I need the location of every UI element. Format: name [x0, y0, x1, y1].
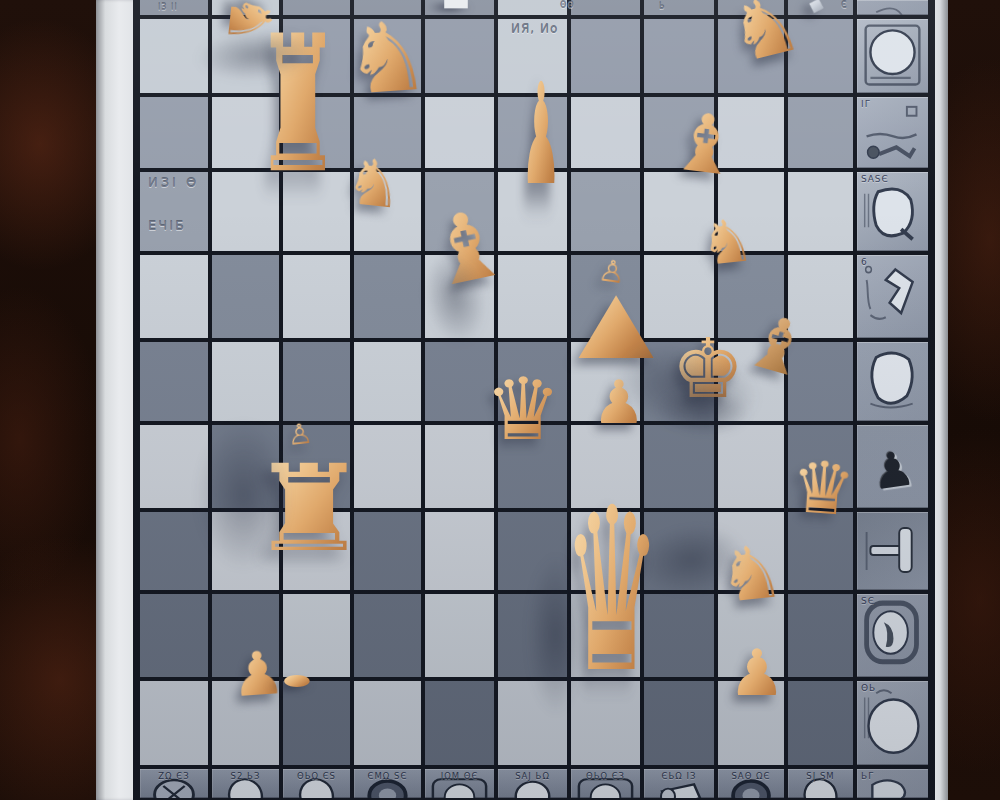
- engraved-tile-text: ΘЬΩ ЄЗ: [571, 771, 640, 781]
- chess-piece-raised-arm-queen[interactable]: ♛: [788, 450, 857, 526]
- chess-piece-white-tile[interactable]: ■: [441, 0, 470, 9]
- board-square-r7c5[interactable]: [425, 512, 494, 590]
- engraved-tile-text: ІΩΜ ΘЄ: [425, 771, 494, 781]
- board-square-r6c1[interactable]: [140, 425, 208, 508]
- board-square-r9c1[interactable]: [140, 681, 208, 765]
- board-square-r9c3[interactable]: [283, 681, 350, 765]
- engraved-tile-ribbon: 6: [857, 255, 928, 338]
- board-square-r3c7[interactable]: [571, 172, 640, 251]
- board-square-r9c6[interactable]: [498, 681, 567, 765]
- board-square-r2c1[interactable]: [140, 97, 208, 168]
- engraved-tile-bottom-egg: Ѕ2 ЬЗ: [212, 769, 279, 798]
- board-square-r1c1[interactable]: [140, 19, 208, 93]
- chess-photo-scene: ІГЅΑЅЄ6♟ЅЄΘЬЬГΖΩ ЄЗЅ2 ЬЗΘЬΩ ЄЅЄΜΩ ЅЄІΩΜ …: [0, 0, 1000, 800]
- chess-piece-offering-bowl[interactable]: ●: [282, 672, 311, 688]
- engraved-tile-figure-marks: ІГ: [857, 97, 928, 168]
- board-square-r9c5[interactable]: [425, 681, 494, 765]
- board-square-r4c4[interactable]: [354, 255, 421, 338]
- chess-piece-pyramid[interactable]: ▲: [578, 279, 654, 361]
- engraved-tile-label: ЅЄ: [861, 596, 875, 606]
- board-square-r8c10[interactable]: [788, 594, 853, 677]
- engraved-tile-cameo: ЅЄ: [857, 594, 928, 677]
- embossed-square-text: ИЗІ Ѳ: [148, 176, 199, 189]
- board-square-r8c4[interactable]: [354, 594, 421, 677]
- board-square-r4c3[interactable]: [283, 255, 350, 338]
- engraved-tile-bottom-egg: ΘЬΩ ЄЅ: [283, 769, 350, 798]
- engraved-tile-dark-piece: ♟: [857, 425, 928, 508]
- engraved-tile-bottom-dark-ring: ЄΜΩ ЅЄ: [354, 769, 421, 798]
- embossed-square-text: Є: [841, 2, 847, 10]
- board-square-r1c7[interactable]: [571, 19, 640, 93]
- engraved-tile-text: ЅЈ ЅΜ: [788, 771, 853, 781]
- chess-piece-striped-pawn[interactable]: ♟: [728, 641, 785, 705]
- engraved-tile-bottom-framed-ball: ΘЬΩ ЄЗ: [571, 769, 640, 798]
- engraved-tile-blob: ЅΑЅЄ: [857, 172, 928, 251]
- chess-piece-seated-figure[interactable]: ♟: [229, 642, 287, 706]
- embossed-square-text: ИЯ, Ио: [511, 23, 558, 35]
- board-square-r8c6[interactable]: [498, 594, 567, 677]
- chess-piece-column-figure[interactable]: ♞: [697, 209, 757, 274]
- engraved-tile-shield: [857, 342, 928, 421]
- board-square-r1c8[interactable]: [644, 19, 714, 93]
- engraved-tile-corner: ЬГ: [857, 769, 928, 798]
- engraved-tile-label: 6: [861, 257, 868, 267]
- board-square-r0c6[interactable]: [498, 0, 567, 15]
- board-square-r7c6[interactable]: [498, 512, 567, 590]
- engraved-tile-hammer: [857, 512, 928, 590]
- chess-piece-twisted-queen[interactable]: ♛: [563, 478, 662, 704]
- chess-piece-castle-rook[interactable]: ♜: [249, 450, 369, 570]
- chess-piece-statue-queen[interactable]: ♛: [484, 366, 561, 452]
- chess-piece-bell-knight[interactable]: ♞: [714, 533, 788, 614]
- board-square-r3c10[interactable]: [788, 172, 853, 251]
- engraved-tile-sphere: ΘЬ: [857, 681, 928, 765]
- board-square-r5c2[interactable]: [212, 342, 279, 421]
- engraved-tile-text: ΖΩ ЄЗ: [140, 771, 208, 781]
- engraved-tile-bottom-cup: ЄЬΩ ІЗ: [644, 769, 714, 798]
- embossed-square-text: ІЗ ІІ: [158, 4, 178, 12]
- board-square-r8c3[interactable]: [283, 594, 350, 677]
- chess-piece-pyramid-figure[interactable]: ♙: [597, 255, 628, 288]
- engraved-tile-disk: [857, 19, 928, 93]
- engraved-tile-text: ΘЬΩ ЄЅ: [283, 771, 350, 781]
- board-square-r5c4[interactable]: [354, 342, 421, 421]
- board-square-r6c9[interactable]: [718, 425, 784, 508]
- engraved-tile-text: Ѕ2 ЬЗ: [212, 771, 279, 781]
- board-square-r7c1[interactable]: [140, 512, 208, 590]
- engraved-tile-label: ІГ: [861, 99, 871, 109]
- engraved-tile-bottom-egg: ЅЈ ЅΜ: [788, 769, 853, 798]
- engraved-tile-label: ЅΑЅЄ: [861, 174, 889, 184]
- chess-piece-mane-knight[interactable]: ♞: [341, 7, 434, 109]
- chess-piece-bell-pawn[interactable]: ♟: [592, 372, 646, 432]
- board-square-r4c2[interactable]: [212, 255, 279, 338]
- engraved-tile-label: ЬГ: [861, 771, 875, 781]
- board-square-r8c5[interactable]: [425, 594, 494, 677]
- engraved-tile-text: ЄΜΩ ЅЄ: [354, 771, 421, 781]
- board-square-r2c10[interactable]: [788, 97, 853, 168]
- board-square-r2c5[interactable]: [425, 97, 494, 168]
- board-square-r9c4[interactable]: [354, 681, 421, 765]
- board-square-r4c1[interactable]: [140, 255, 208, 338]
- board-square-r1c5[interactable]: [425, 19, 494, 93]
- board-square-r5c1[interactable]: [140, 342, 208, 421]
- board-square-r0c8[interactable]: [644, 0, 714, 15]
- dark-piece-relief-icon: ♟: [868, 443, 917, 497]
- board-square-r0c7[interactable]: [571, 0, 640, 15]
- engraved-tile-label: ΘЬ: [861, 683, 876, 693]
- engraved-tile-bottom-ball: ЅΑЈ ЬΩ: [498, 769, 567, 798]
- chess-piece-pedestal-king[interactable]: ♚: [671, 328, 745, 410]
- engraved-tile-text: ЅΑЈ ЬΩ: [498, 771, 567, 781]
- board-square-r9c10[interactable]: [788, 681, 853, 765]
- engraved-tile-bottom-framed-ball: ІΩΜ ΘЄ: [425, 769, 494, 798]
- chess-piece-lean-bishop[interactable]: ♝: [665, 101, 746, 189]
- engraved-tile-text: ЄЬΩ ІЗ: [644, 771, 714, 781]
- chess-piece-small-knight[interactable]: ♞: [342, 149, 406, 219]
- chess-piece-castle-flag[interactable]: ♙: [286, 420, 314, 450]
- engraved-tile-text: ЅΑΘ ΩЄ: [718, 771, 784, 781]
- board-square-r2c7[interactable]: [571, 97, 640, 168]
- embossed-square-text: ЕЧІБ: [148, 219, 186, 232]
- engraved-tile-bottom-ring-cross: ΖΩ ЄЗ: [140, 769, 208, 798]
- chess-piece-tall-rook[interactable]: ♜: [255, 12, 342, 201]
- board-square-r5c3[interactable]: [283, 342, 350, 421]
- embossed-square-text: ΘΘ: [560, 2, 575, 10]
- embossed-square-text: Ь: [659, 3, 665, 11]
- chess-piece-spire-pawn[interactable]: ♟: [521, 66, 561, 206]
- engraved-tile-swirl: [857, 0, 928, 15]
- engraved-tile-bottom-dark-ring: ЅΑΘ ΩЄ: [718, 769, 784, 798]
- board-square-r8c1[interactable]: [140, 594, 208, 677]
- board-edge-left: [96, 0, 138, 800]
